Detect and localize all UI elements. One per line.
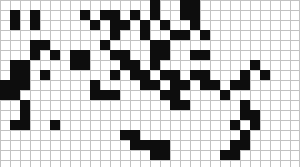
grid-cell[interactable] <box>280 100 290 110</box>
grid-cell[interactable] <box>30 0 40 10</box>
grid-cell[interactable] <box>150 10 160 20</box>
grid-cell[interactable] <box>60 10 70 20</box>
grid-cell[interactable] <box>230 20 240 30</box>
grid-cell[interactable] <box>190 120 200 130</box>
grid-cell[interactable] <box>190 20 200 30</box>
grid-cell[interactable] <box>150 160 160 167</box>
grid-cell[interactable] <box>90 0 100 10</box>
grid-cell[interactable] <box>160 90 170 100</box>
grid-cell[interactable] <box>260 130 270 140</box>
grid-cell[interactable] <box>110 120 120 130</box>
grid-cell[interactable] <box>130 90 140 100</box>
grid-cell[interactable] <box>270 130 280 140</box>
grid-cell[interactable] <box>70 110 80 120</box>
grid-cell[interactable] <box>60 30 70 40</box>
grid-cell[interactable] <box>230 100 240 110</box>
grid-cell[interactable] <box>30 130 40 140</box>
grid-cell[interactable] <box>280 10 290 20</box>
grid-cell[interactable] <box>180 10 190 20</box>
grid-cell[interactable] <box>290 150 300 160</box>
grid-cell[interactable] <box>0 160 10 167</box>
grid-cell[interactable] <box>270 40 280 50</box>
grid-cell[interactable] <box>180 130 190 140</box>
grid-cell[interactable] <box>180 60 190 70</box>
grid-cell[interactable] <box>260 30 270 40</box>
grid-cell[interactable] <box>30 50 40 60</box>
grid-cell[interactable] <box>220 140 230 150</box>
grid-cell[interactable] <box>240 50 250 60</box>
grid-cell[interactable] <box>230 50 240 60</box>
grid-cell[interactable] <box>50 50 60 60</box>
grid-cell[interactable] <box>290 0 300 10</box>
grid-cell[interactable] <box>100 150 110 160</box>
grid-cell[interactable] <box>160 10 170 20</box>
grid-cell[interactable] <box>110 140 120 150</box>
grid-cell[interactable] <box>200 150 210 160</box>
grid-cell[interactable] <box>140 80 150 90</box>
grid-cell[interactable] <box>70 130 80 140</box>
grid-cell[interactable] <box>70 60 80 70</box>
grid-cell[interactable] <box>40 140 50 150</box>
grid-cell[interactable] <box>0 90 10 100</box>
grid-cell[interactable] <box>200 40 210 50</box>
grid-cell[interactable] <box>20 30 30 40</box>
grid-cell[interactable] <box>40 100 50 110</box>
grid-cell[interactable] <box>140 40 150 50</box>
grid-cell[interactable] <box>230 120 240 130</box>
grid-cell[interactable] <box>170 90 180 100</box>
grid-cell[interactable] <box>230 70 240 80</box>
grid-cell[interactable] <box>150 140 160 150</box>
grid-cell[interactable] <box>180 70 190 80</box>
grid-cell[interactable] <box>10 110 20 120</box>
grid-cell[interactable] <box>110 10 120 20</box>
grid-cell[interactable] <box>280 150 290 160</box>
grid-cell[interactable] <box>180 20 190 30</box>
grid-cell[interactable] <box>280 60 290 70</box>
grid-cell[interactable] <box>210 60 220 70</box>
grid-cell[interactable] <box>160 100 170 110</box>
grid-cell[interactable] <box>10 90 20 100</box>
grid-cell[interactable] <box>10 120 20 130</box>
grid-cell[interactable] <box>160 140 170 150</box>
grid-cell[interactable] <box>130 160 140 167</box>
grid-cell[interactable] <box>240 100 250 110</box>
grid-cell[interactable] <box>140 20 150 30</box>
grid-cell[interactable] <box>10 70 20 80</box>
grid-cell[interactable] <box>230 10 240 20</box>
grid-cell[interactable] <box>30 20 40 30</box>
grid-cell[interactable] <box>120 150 130 160</box>
grid-cell[interactable] <box>140 120 150 130</box>
grid-cell[interactable] <box>180 160 190 167</box>
grid-cell[interactable] <box>240 120 250 130</box>
grid-cell[interactable] <box>20 160 30 167</box>
grid-cell[interactable] <box>90 120 100 130</box>
grid-cell[interactable] <box>270 80 280 90</box>
grid-cell[interactable] <box>110 60 120 70</box>
grid-cell[interactable] <box>250 120 260 130</box>
grid-cell[interactable] <box>210 30 220 40</box>
grid-cell[interactable] <box>290 80 300 90</box>
grid-cell[interactable] <box>60 100 70 110</box>
grid-cell[interactable] <box>260 60 270 70</box>
grid-cell[interactable] <box>180 30 190 40</box>
grid-cell[interactable] <box>210 160 220 167</box>
grid-cell[interactable] <box>250 160 260 167</box>
grid-cell[interactable] <box>290 110 300 120</box>
grid-cell[interactable] <box>160 20 170 30</box>
grid-cell[interactable] <box>0 60 10 70</box>
grid-cell[interactable] <box>160 40 170 50</box>
grid-cell[interactable] <box>220 0 230 10</box>
grid-cell[interactable] <box>270 90 280 100</box>
grid-cell[interactable] <box>30 140 40 150</box>
grid-cell[interactable] <box>190 160 200 167</box>
grid-cell[interactable] <box>150 30 160 40</box>
grid-cell[interactable] <box>150 0 160 10</box>
grid-cell[interactable] <box>20 70 30 80</box>
grid-cell[interactable] <box>160 80 170 90</box>
grid-cell[interactable] <box>200 140 210 150</box>
grid-cell[interactable] <box>80 50 90 60</box>
grid-cell[interactable] <box>290 90 300 100</box>
grid-cell[interactable] <box>240 160 250 167</box>
grid-cell[interactable] <box>230 150 240 160</box>
grid-cell[interactable] <box>130 0 140 10</box>
grid-cell[interactable] <box>50 0 60 10</box>
grid-cell[interactable] <box>140 10 150 20</box>
grid-cell[interactable] <box>230 140 240 150</box>
grid-cell[interactable] <box>10 130 20 140</box>
grid-cell[interactable] <box>100 30 110 40</box>
grid-cell[interactable] <box>130 20 140 30</box>
grid-cell[interactable] <box>250 10 260 20</box>
grid-cell[interactable] <box>130 100 140 110</box>
grid-cell[interactable] <box>90 60 100 70</box>
grid-cell[interactable] <box>90 150 100 160</box>
grid-cell[interactable] <box>20 50 30 60</box>
grid-cell[interactable] <box>260 110 270 120</box>
grid-cell[interactable] <box>240 40 250 50</box>
grid-cell[interactable] <box>100 140 110 150</box>
grid-cell[interactable] <box>90 70 100 80</box>
grid-cell[interactable] <box>220 30 230 40</box>
grid-cell[interactable] <box>10 10 20 20</box>
grid-cell[interactable] <box>270 20 280 30</box>
grid-cell[interactable] <box>90 140 100 150</box>
grid-cell[interactable] <box>70 30 80 40</box>
grid-cell[interactable] <box>10 0 20 10</box>
grid-cell[interactable] <box>30 70 40 80</box>
grid-cell[interactable] <box>200 50 210 60</box>
grid-cell[interactable] <box>80 0 90 10</box>
grid-cell[interactable] <box>170 50 180 60</box>
grid-cell[interactable] <box>110 150 120 160</box>
grid-cell[interactable] <box>160 120 170 130</box>
grid-cell[interactable] <box>210 20 220 30</box>
grid-cell[interactable] <box>230 130 240 140</box>
grid-cell[interactable] <box>90 10 100 20</box>
grid-cell[interactable] <box>110 0 120 10</box>
grid-cell[interactable] <box>180 150 190 160</box>
grid-cell[interactable] <box>80 40 90 50</box>
grid-cell[interactable] <box>60 50 70 60</box>
grid-cell[interactable] <box>160 160 170 167</box>
grid-cell[interactable] <box>100 80 110 90</box>
grid-cell[interactable] <box>10 30 20 40</box>
grid-cell[interactable] <box>30 30 40 40</box>
grid-cell[interactable] <box>170 70 180 80</box>
grid-cell[interactable] <box>80 70 90 80</box>
grid-cell[interactable] <box>110 90 120 100</box>
grid-cell[interactable] <box>50 70 60 80</box>
grid-cell[interactable] <box>30 60 40 70</box>
grid-cell[interactable] <box>170 160 180 167</box>
grid-cell[interactable] <box>290 40 300 50</box>
grid-cell[interactable] <box>290 30 300 40</box>
grid-cell[interactable] <box>140 90 150 100</box>
grid-cell[interactable] <box>110 80 120 90</box>
grid-cell[interactable] <box>170 40 180 50</box>
grid-cell[interactable] <box>280 140 290 150</box>
grid-cell[interactable] <box>200 60 210 70</box>
grid-cell[interactable] <box>60 90 70 100</box>
grid-cell[interactable] <box>100 40 110 50</box>
grid-cell[interactable] <box>150 50 160 60</box>
grid-cell[interactable] <box>60 0 70 10</box>
grid-cell[interactable] <box>250 130 260 140</box>
grid-cell[interactable] <box>30 100 40 110</box>
grid-cell[interactable] <box>280 90 290 100</box>
grid-cell[interactable] <box>60 80 70 90</box>
grid-cell[interactable] <box>220 80 230 90</box>
grid-cell[interactable] <box>190 0 200 10</box>
grid-cell[interactable] <box>110 40 120 50</box>
grid-cell[interactable] <box>210 40 220 50</box>
grid-cell[interactable] <box>80 120 90 130</box>
grid-cell[interactable] <box>150 120 160 130</box>
grid-cell[interactable] <box>90 80 100 90</box>
grid-cell[interactable] <box>50 120 60 130</box>
grid-cell[interactable] <box>250 40 260 50</box>
grid-cell[interactable] <box>240 150 250 160</box>
grid-cell[interactable] <box>40 90 50 100</box>
grid-cell[interactable] <box>110 70 120 80</box>
grid-cell[interactable] <box>230 110 240 120</box>
grid-cell[interactable] <box>150 20 160 30</box>
grid-cell[interactable] <box>190 130 200 140</box>
grid-cell[interactable] <box>80 80 90 90</box>
grid-cell[interactable] <box>120 130 130 140</box>
grid-cell[interactable] <box>70 150 80 160</box>
grid-cell[interactable] <box>130 120 140 130</box>
grid-cell[interactable] <box>10 20 20 30</box>
grid-cell[interactable] <box>240 130 250 140</box>
grid-cell[interactable] <box>160 70 170 80</box>
grid-cell[interactable] <box>50 40 60 50</box>
grid-cell[interactable] <box>270 150 280 160</box>
grid-cell[interactable] <box>200 70 210 80</box>
grid-cell[interactable] <box>120 0 130 10</box>
grid-cell[interactable] <box>170 80 180 90</box>
grid-cell[interactable] <box>230 0 240 10</box>
grid-cell[interactable] <box>70 120 80 130</box>
grid-cell[interactable] <box>40 120 50 130</box>
grid-cell[interactable] <box>230 30 240 40</box>
grid-cell[interactable] <box>130 40 140 50</box>
grid-cell[interactable] <box>90 100 100 110</box>
grid-cell[interactable] <box>260 20 270 30</box>
grid-cell[interactable] <box>240 0 250 10</box>
grid-cell[interactable] <box>120 100 130 110</box>
grid-cell[interactable] <box>160 60 170 70</box>
grid-cell[interactable] <box>200 90 210 100</box>
grid-cell[interactable] <box>140 160 150 167</box>
grid-cell[interactable] <box>230 60 240 70</box>
grid-cell[interactable] <box>10 40 20 50</box>
grid-cell[interactable] <box>80 150 90 160</box>
grid-cell[interactable] <box>0 150 10 160</box>
grid-cell[interactable] <box>120 90 130 100</box>
grid-cell[interactable] <box>130 50 140 60</box>
grid-cell[interactable] <box>180 120 190 130</box>
grid-cell[interactable] <box>210 150 220 160</box>
grid-cell[interactable] <box>220 100 230 110</box>
grid-cell[interactable] <box>40 50 50 60</box>
grid-cell[interactable] <box>50 140 60 150</box>
grid-cell[interactable] <box>200 160 210 167</box>
grid-cell[interactable] <box>30 90 40 100</box>
grid-cell[interactable] <box>100 100 110 110</box>
grid-cell[interactable] <box>0 100 10 110</box>
grid-cell[interactable] <box>210 80 220 90</box>
grid-cell[interactable] <box>120 50 130 60</box>
grid-cell[interactable] <box>290 70 300 80</box>
grid-cell[interactable] <box>60 70 70 80</box>
grid-cell[interactable] <box>270 0 280 10</box>
grid-cell[interactable] <box>110 50 120 60</box>
grid-cell[interactable] <box>50 160 60 167</box>
grid-cell[interactable] <box>0 20 10 30</box>
grid-cell[interactable] <box>120 30 130 40</box>
grid-cell[interactable] <box>110 130 120 140</box>
grid-cell[interactable] <box>120 10 130 20</box>
grid-cell[interactable] <box>130 10 140 20</box>
grid-cell[interactable] <box>170 10 180 20</box>
grid-cell[interactable] <box>210 130 220 140</box>
grid-cell[interactable] <box>280 110 290 120</box>
grid-cell[interactable] <box>90 110 100 120</box>
grid-cell[interactable] <box>260 120 270 130</box>
grid-cell[interactable] <box>250 110 260 120</box>
grid-cell[interactable] <box>30 120 40 130</box>
grid-cell[interactable] <box>210 90 220 100</box>
grid-cell[interactable] <box>100 160 110 167</box>
grid-cell[interactable] <box>100 70 110 80</box>
grid-cell[interactable] <box>210 100 220 110</box>
grid-cell[interactable] <box>120 70 130 80</box>
grid-cell[interactable] <box>290 50 300 60</box>
grid-cell[interactable] <box>0 50 10 60</box>
grid-cell[interactable] <box>20 120 30 130</box>
grid-cell[interactable] <box>240 10 250 20</box>
grid-cell[interactable] <box>290 10 300 20</box>
grid-cell[interactable] <box>280 20 290 30</box>
grid-cell[interactable] <box>180 110 190 120</box>
grid-cell[interactable] <box>270 70 280 80</box>
grid-cell[interactable] <box>220 130 230 140</box>
grid-cell[interactable] <box>20 10 30 20</box>
grid-cell[interactable] <box>170 120 180 130</box>
grid-cell[interactable] <box>120 140 130 150</box>
grid-cell[interactable] <box>20 0 30 10</box>
grid-cell[interactable] <box>200 130 210 140</box>
grid-cell[interactable] <box>120 110 130 120</box>
grid-cell[interactable] <box>200 0 210 10</box>
grid-cell[interactable] <box>40 160 50 167</box>
grid-cell[interactable] <box>160 0 170 10</box>
grid-cell[interactable] <box>210 50 220 60</box>
grid-cell[interactable] <box>160 150 170 160</box>
grid-cell[interactable] <box>20 80 30 90</box>
grid-cell[interactable] <box>40 150 50 160</box>
grid-cell[interactable] <box>70 10 80 20</box>
grid-cell[interactable] <box>50 80 60 90</box>
grid-cell[interactable] <box>190 140 200 150</box>
grid-cell[interactable] <box>110 20 120 30</box>
grid-cell[interactable] <box>50 30 60 40</box>
grid-cell[interactable] <box>130 70 140 80</box>
grid-cell[interactable] <box>250 70 260 80</box>
grid-cell[interactable] <box>40 130 50 140</box>
grid-cell[interactable] <box>200 120 210 130</box>
grid-cell[interactable] <box>0 130 10 140</box>
grid-cell[interactable] <box>100 10 110 20</box>
grid-cell[interactable] <box>260 140 270 150</box>
grid-cell[interactable] <box>120 160 130 167</box>
grid-cell[interactable] <box>210 0 220 10</box>
grid-cell[interactable] <box>120 40 130 50</box>
grid-cell[interactable] <box>280 160 290 167</box>
grid-cell[interactable] <box>270 100 280 110</box>
grid-cell[interactable] <box>250 0 260 10</box>
grid-cell[interactable] <box>100 120 110 130</box>
grid-cell[interactable] <box>190 70 200 80</box>
grid-cell[interactable] <box>180 50 190 60</box>
grid-cell[interactable] <box>0 110 10 120</box>
grid-cell[interactable] <box>200 100 210 110</box>
grid-cell[interactable] <box>220 50 230 60</box>
grid-cell[interactable] <box>100 130 110 140</box>
grid-cell[interactable] <box>140 50 150 60</box>
grid-cell[interactable] <box>160 110 170 120</box>
grid-cell[interactable] <box>10 140 20 150</box>
grid-cell[interactable] <box>20 40 30 50</box>
grid-cell[interactable] <box>280 80 290 90</box>
grid-cell[interactable] <box>40 110 50 120</box>
grid-cell[interactable] <box>150 130 160 140</box>
grid-cell[interactable] <box>240 70 250 80</box>
grid-cell[interactable] <box>0 30 10 40</box>
grid-cell[interactable] <box>80 100 90 110</box>
grid-cell[interactable] <box>130 110 140 120</box>
grid-cell[interactable] <box>290 60 300 70</box>
grid-cell[interactable] <box>140 0 150 10</box>
grid-cell[interactable] <box>140 30 150 40</box>
grid-cell[interactable] <box>190 100 200 110</box>
grid-cell[interactable] <box>290 20 300 30</box>
